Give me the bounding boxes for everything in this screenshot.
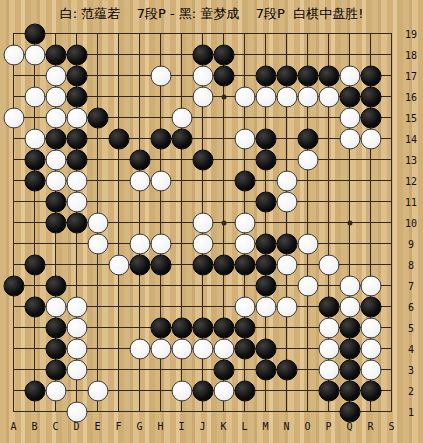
black-stone [255, 233, 276, 254]
black-stone [339, 338, 360, 359]
column-label: F [115, 421, 121, 432]
row-label: 8 [400, 259, 422, 270]
black-stone [24, 23, 45, 44]
black-stone [318, 380, 339, 401]
white-stone [171, 338, 192, 359]
white-stone [297, 86, 318, 107]
white-stone [24, 128, 45, 149]
white-stone [297, 275, 318, 296]
white-stone [360, 128, 381, 149]
grid-line [118, 33, 119, 412]
white-stone [150, 233, 171, 254]
black-stone [24, 380, 45, 401]
column-label: P [325, 421, 331, 432]
black-stone [45, 275, 66, 296]
white-stone [45, 170, 66, 191]
white-stone [66, 401, 87, 422]
black-stone [192, 380, 213, 401]
row-label: 9 [400, 238, 422, 249]
black-stone [45, 212, 66, 233]
column-label: D [73, 421, 79, 432]
black-stone [3, 275, 24, 296]
row-label: 19 [400, 28, 422, 39]
white-stone [24, 86, 45, 107]
white-stone [192, 212, 213, 233]
white-stone [276, 296, 297, 317]
column-label: G [136, 421, 142, 432]
star-point [347, 220, 352, 225]
white-stone [360, 317, 381, 338]
white-stone [45, 380, 66, 401]
row-label: 7 [400, 280, 422, 291]
column-label: B [31, 421, 37, 432]
white-stone [318, 338, 339, 359]
column-label: R [367, 421, 373, 432]
black-stone [45, 128, 66, 149]
white-stone [276, 191, 297, 212]
black-stone [129, 149, 150, 170]
black-stone [213, 65, 234, 86]
row-label: 14 [400, 133, 422, 144]
black-stone [255, 254, 276, 275]
black-stone [339, 86, 360, 107]
white-stone [276, 254, 297, 275]
white-stone [234, 128, 255, 149]
black-stone [339, 317, 360, 338]
row-label: 10 [400, 217, 422, 228]
black-stone [255, 338, 276, 359]
white-stone [234, 296, 255, 317]
black-stone [360, 65, 381, 86]
white-stone [129, 233, 150, 254]
row-label: 5 [400, 322, 422, 333]
white-stone [45, 107, 66, 128]
black-stone [234, 254, 255, 275]
white-stone [87, 212, 108, 233]
white-stone [87, 380, 108, 401]
black-stone [171, 317, 192, 338]
black-stone [150, 254, 171, 275]
black-stone [129, 254, 150, 275]
black-stone [213, 44, 234, 65]
black-stone [339, 359, 360, 380]
white-stone [339, 65, 360, 86]
black-stone [255, 359, 276, 380]
black-stone [192, 317, 213, 338]
white-stone [66, 317, 87, 338]
white-stone [339, 107, 360, 128]
go-board[interactable]: ABCDEFGHIJKLMNOPQRS191817161514131211109… [0, 0, 423, 443]
white-stone [318, 317, 339, 338]
column-label: A [10, 421, 16, 432]
white-stone [108, 254, 129, 275]
white-stone [339, 128, 360, 149]
column-label: C [52, 421, 58, 432]
star-point [221, 220, 226, 225]
white-stone [66, 338, 87, 359]
column-label: I [178, 421, 184, 432]
white-stone [276, 86, 297, 107]
black-stone [24, 254, 45, 275]
column-label: K [220, 421, 226, 432]
black-stone [45, 338, 66, 359]
white-stone [318, 359, 339, 380]
black-stone [297, 128, 318, 149]
row-label: 6 [400, 301, 422, 312]
white-stone [339, 296, 360, 317]
white-stone [318, 254, 339, 275]
black-stone [276, 65, 297, 86]
black-stone [24, 296, 45, 317]
white-stone [360, 338, 381, 359]
black-stone [87, 107, 108, 128]
black-stone [318, 65, 339, 86]
white-stone [3, 107, 24, 128]
black-stone [66, 149, 87, 170]
black-stone [276, 359, 297, 380]
white-stone [276, 170, 297, 191]
white-stone [192, 65, 213, 86]
black-stone [234, 170, 255, 191]
black-stone [66, 212, 87, 233]
column-label: S [388, 421, 394, 432]
black-stone [213, 359, 234, 380]
black-stone [66, 65, 87, 86]
white-stone [318, 86, 339, 107]
black-stone [276, 233, 297, 254]
white-stone [45, 296, 66, 317]
white-stone [360, 275, 381, 296]
row-label: 13 [400, 154, 422, 165]
white-stone [45, 149, 66, 170]
white-stone [45, 65, 66, 86]
white-stone [234, 86, 255, 107]
black-stone [171, 128, 192, 149]
star-point [221, 94, 226, 99]
row-label: 17 [400, 70, 422, 81]
white-stone [171, 380, 192, 401]
row-label: 15 [400, 112, 422, 123]
black-stone [192, 149, 213, 170]
column-label: M [262, 421, 268, 432]
column-label: N [283, 421, 289, 432]
black-stone [24, 149, 45, 170]
black-stone [255, 65, 276, 86]
white-stone [66, 191, 87, 212]
black-stone [255, 275, 276, 296]
black-stone [45, 191, 66, 212]
white-stone [255, 86, 276, 107]
white-stone [234, 212, 255, 233]
white-stone [213, 380, 234, 401]
black-stone [339, 401, 360, 422]
black-stone [45, 359, 66, 380]
black-stone [24, 170, 45, 191]
white-stone [87, 233, 108, 254]
white-stone [297, 233, 318, 254]
white-stone [129, 170, 150, 191]
white-stone [66, 170, 87, 191]
black-stone [192, 254, 213, 275]
column-label: E [94, 421, 100, 432]
white-stone [297, 149, 318, 170]
white-stone [192, 86, 213, 107]
black-stone [255, 128, 276, 149]
white-stone [45, 86, 66, 107]
black-stone [150, 317, 171, 338]
black-stone [45, 317, 66, 338]
white-stone [213, 338, 234, 359]
column-label: H [157, 421, 163, 432]
white-stone [66, 296, 87, 317]
column-label: Q [346, 421, 352, 432]
white-stone [66, 107, 87, 128]
black-stone [255, 149, 276, 170]
row-label: 12 [400, 175, 422, 186]
column-label: J [199, 421, 205, 432]
column-label: L [241, 421, 247, 432]
row-label: 16 [400, 91, 422, 102]
white-stone [150, 170, 171, 191]
white-stone [234, 233, 255, 254]
grid-line [391, 33, 392, 412]
black-stone [45, 44, 66, 65]
white-stone [339, 275, 360, 296]
black-stone [150, 128, 171, 149]
black-stone [360, 107, 381, 128]
row-label: 4 [400, 343, 422, 354]
row-label: 18 [400, 49, 422, 60]
white-stone [3, 44, 24, 65]
white-stone [171, 107, 192, 128]
black-stone [66, 44, 87, 65]
row-label: 2 [400, 385, 422, 396]
white-stone [150, 65, 171, 86]
black-stone [339, 380, 360, 401]
black-stone [297, 65, 318, 86]
black-stone [213, 254, 234, 275]
white-stone [150, 338, 171, 359]
white-stone [24, 44, 45, 65]
row-label: 3 [400, 364, 422, 375]
white-stone [192, 338, 213, 359]
white-stone [66, 359, 87, 380]
go-game-viewer: 白: 范蕴若 7段P - 黑: 童梦成 7段P 白棋中盘胜! ABCDEFGHI… [0, 0, 423, 443]
black-stone [360, 86, 381, 107]
black-stone [66, 128, 87, 149]
black-stone [234, 380, 255, 401]
white-stone [192, 233, 213, 254]
black-stone [234, 338, 255, 359]
row-label: 11 [400, 196, 422, 207]
row-label: 1 [400, 406, 422, 417]
black-stone [108, 128, 129, 149]
black-stone [318, 296, 339, 317]
white-stone [255, 296, 276, 317]
white-stone [129, 338, 150, 359]
grid-line [13, 33, 14, 412]
black-stone [213, 317, 234, 338]
black-stone [255, 191, 276, 212]
white-stone [360, 359, 381, 380]
column-label: O [304, 421, 310, 432]
black-stone [192, 44, 213, 65]
black-stone [234, 317, 255, 338]
black-stone [66, 86, 87, 107]
black-stone [360, 380, 381, 401]
black-stone [360, 296, 381, 317]
